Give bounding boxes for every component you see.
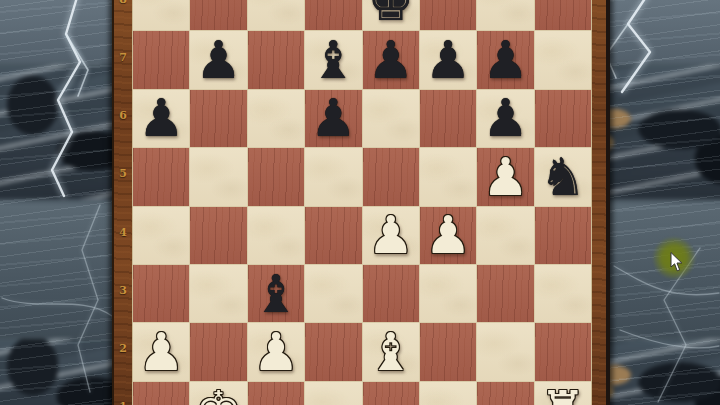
square-d3[interactable] xyxy=(305,265,361,322)
square-g4[interactable] xyxy=(477,207,533,264)
white-pawn[interactable]: ♟ xyxy=(425,207,472,263)
square-a3[interactable] xyxy=(133,265,189,322)
square-f8[interactable] xyxy=(420,0,476,30)
mouse-cursor[interactable] xyxy=(670,252,684,272)
square-a8[interactable] xyxy=(133,0,189,30)
white-pawn[interactable]: ♟ xyxy=(367,207,414,263)
square-g2[interactable] xyxy=(477,323,533,380)
black-pawn[interactable]: ♟ xyxy=(195,32,242,88)
white-pawn[interactable]: ♟ xyxy=(253,324,300,380)
white-rook[interactable]: ♜ xyxy=(540,382,587,405)
square-b5[interactable] xyxy=(190,148,246,205)
rank-coordinates: 8 7 6 5 4 3 2 1 xyxy=(114,0,132,405)
white-bishop[interactable]: ♝ xyxy=(367,324,414,380)
square-c2[interactable]: ♟ xyxy=(248,323,304,380)
chess-board: ♚♟♝♟♟♟♟♟♟♟♞♟♟♝♟♟♝♚♜ xyxy=(132,0,592,405)
square-g7[interactable]: ♟ xyxy=(477,31,533,88)
square-e5[interactable] xyxy=(363,148,419,205)
square-b2[interactable] xyxy=(190,323,246,380)
square-a7[interactable] xyxy=(133,31,189,88)
square-c3[interactable]: ♝ xyxy=(248,265,304,322)
square-f2[interactable] xyxy=(420,323,476,380)
black-pawn[interactable]: ♟ xyxy=(367,32,414,88)
square-f4[interactable]: ♟ xyxy=(420,207,476,264)
square-h3[interactable] xyxy=(535,265,591,322)
black-pawn[interactable]: ♟ xyxy=(425,32,472,88)
square-e4[interactable]: ♟ xyxy=(363,207,419,264)
square-c4[interactable] xyxy=(248,207,304,264)
square-d6[interactable]: ♟ xyxy=(305,90,361,147)
square-b7[interactable]: ♟ xyxy=(190,31,246,88)
square-c5[interactable] xyxy=(248,148,304,205)
white-pawn[interactable]: ♟ xyxy=(138,324,185,380)
rank-label-7: 7 xyxy=(114,28,132,86)
black-pawn[interactable]: ♟ xyxy=(482,32,529,88)
rank-label-2: 2 xyxy=(114,320,132,378)
rank-label-8: 8 xyxy=(114,0,132,28)
square-e7[interactable]: ♟ xyxy=(363,31,419,88)
square-f1[interactable] xyxy=(420,382,476,405)
square-h1[interactable]: ♜ xyxy=(535,382,591,405)
black-king[interactable]: ♚ xyxy=(367,0,414,30)
square-c7[interactable] xyxy=(248,31,304,88)
square-a1[interactable] xyxy=(133,382,189,405)
black-pawn[interactable]: ♟ xyxy=(310,90,357,146)
square-h5[interactable]: ♞ xyxy=(535,148,591,205)
square-d1[interactable] xyxy=(305,382,361,405)
square-e8[interactable]: ♚ xyxy=(363,0,419,30)
square-c1[interactable] xyxy=(248,382,304,405)
screenshot-root: 8 7 6 5 4 3 2 1 ♚♟♝♟♟♟♟♟♟♟♞♟♟♝♟♟♝♚♜ xyxy=(0,0,720,405)
square-a2[interactable]: ♟ xyxy=(133,323,189,380)
square-b4[interactable] xyxy=(190,207,246,264)
square-a4[interactable] xyxy=(133,207,189,264)
rank-label-5: 5 xyxy=(114,145,132,203)
square-h6[interactable] xyxy=(535,90,591,147)
square-b6[interactable] xyxy=(190,90,246,147)
square-f6[interactable] xyxy=(420,90,476,147)
white-pawn[interactable]: ♟ xyxy=(482,149,529,205)
rank-label-4: 4 xyxy=(114,203,132,261)
rank-label-6: 6 xyxy=(114,87,132,145)
board-frame: 8 7 6 5 4 3 2 1 ♚♟♝♟♟♟♟♟♟♟♞♟♟♝♟♟♝♚♜ xyxy=(112,0,610,405)
rank-label-3: 3 xyxy=(114,261,132,319)
square-b3[interactable] xyxy=(190,265,246,322)
square-d2[interactable] xyxy=(305,323,361,380)
square-f3[interactable] xyxy=(420,265,476,322)
square-h4[interactable] xyxy=(535,207,591,264)
black-pawn[interactable]: ♟ xyxy=(138,90,185,146)
black-bishop[interactable]: ♝ xyxy=(253,266,300,322)
square-g3[interactable] xyxy=(477,265,533,322)
square-b8[interactable] xyxy=(190,0,246,30)
square-a5[interactable] xyxy=(133,148,189,205)
square-h2[interactable] xyxy=(535,323,591,380)
white-king[interactable]: ♚ xyxy=(195,382,242,405)
square-e3[interactable] xyxy=(363,265,419,322)
square-c6[interactable] xyxy=(248,90,304,147)
square-d5[interactable] xyxy=(305,148,361,205)
square-f5[interactable] xyxy=(420,148,476,205)
square-d4[interactable] xyxy=(305,207,361,264)
black-bishop[interactable]: ♝ xyxy=(310,32,357,88)
black-knight[interactable]: ♞ xyxy=(540,149,587,205)
square-g8[interactable] xyxy=(477,0,533,30)
square-d8[interactable] xyxy=(305,0,361,30)
square-e1[interactable] xyxy=(363,382,419,405)
square-e2[interactable]: ♝ xyxy=(363,323,419,380)
square-h8[interactable] xyxy=(535,0,591,30)
black-pawn[interactable]: ♟ xyxy=(482,90,529,146)
square-g6[interactable]: ♟ xyxy=(477,90,533,147)
square-a6[interactable]: ♟ xyxy=(133,90,189,147)
square-c8[interactable] xyxy=(248,0,304,30)
square-g5[interactable]: ♟ xyxy=(477,148,533,205)
square-f7[interactable]: ♟ xyxy=(420,31,476,88)
rank-label-1: 1 xyxy=(114,378,132,405)
square-g1[interactable] xyxy=(477,382,533,405)
square-h7[interactable] xyxy=(535,31,591,88)
square-b1[interactable]: ♚ xyxy=(190,382,246,405)
square-e6[interactable] xyxy=(363,90,419,147)
square-d7[interactable]: ♝ xyxy=(305,31,361,88)
